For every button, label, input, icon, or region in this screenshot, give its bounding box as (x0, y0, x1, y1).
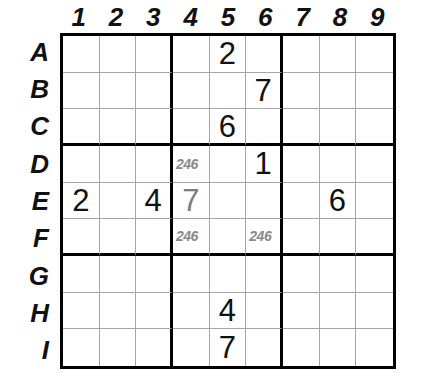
cell-G8[interactable] (320, 256, 357, 293)
cell-B5[interactable] (210, 73, 247, 110)
row-labels: ABCDEFGHI (0, 33, 56, 369)
col-label-7: 7 (284, 0, 321, 31)
cell-E2[interactable] (100, 183, 137, 220)
cell-B9[interactable] (356, 73, 393, 110)
cell-I7[interactable] (283, 329, 320, 366)
cell-I4[interactable] (173, 329, 210, 366)
cell-H3[interactable] (136, 293, 173, 330)
cell-I8[interactable] (320, 329, 357, 366)
cell-E4[interactable]: 7 (173, 183, 210, 220)
row-label-I: I (0, 332, 56, 369)
cell-C7[interactable] (283, 109, 320, 146)
cell-H5[interactable]: 4 (210, 293, 247, 330)
col-label-1: 1 (60, 0, 97, 31)
cell-C5[interactable]: 6 (210, 109, 247, 146)
cell-A4[interactable] (173, 36, 210, 73)
cell-B7[interactable] (283, 73, 320, 110)
cell-D6[interactable]: 1 (246, 146, 283, 183)
cell-D2[interactable] (100, 146, 137, 183)
cell-A1[interactable] (63, 36, 100, 73)
cell-E9[interactable] (356, 183, 393, 220)
cell-E7[interactable] (283, 183, 320, 220)
cell-C4[interactable] (173, 109, 210, 146)
cell-I1[interactable] (63, 329, 100, 366)
row-label-H: H (0, 294, 56, 331)
cell-B2[interactable] (100, 73, 137, 110)
cell-C8[interactable] (320, 109, 357, 146)
cell-G6[interactable] (246, 256, 283, 293)
cell-C6[interactable] (246, 109, 283, 146)
cell-G4[interactable] (173, 256, 210, 293)
cell-I3[interactable] (136, 329, 173, 366)
cell-H9[interactable] (356, 293, 393, 330)
cell-D5[interactable] (210, 146, 247, 183)
cell-F6[interactable]: 246 (246, 219, 283, 256)
cell-H7[interactable] (283, 293, 320, 330)
cell-C1[interactable] (63, 109, 100, 146)
cell-G9[interactable] (356, 256, 393, 293)
cell-F3[interactable] (136, 219, 173, 256)
col-label-6: 6 (247, 0, 284, 31)
column-labels: 123456789 (60, 0, 396, 31)
cell-C3[interactable] (136, 109, 173, 146)
cell-F1[interactable] (63, 219, 100, 256)
cell-H2[interactable] (100, 293, 137, 330)
cell-F2[interactable] (100, 219, 137, 256)
cell-D4[interactable]: 246 (173, 146, 210, 183)
cell-F9[interactable] (356, 219, 393, 256)
cell-B6[interactable]: 7 (246, 73, 283, 110)
cell-B4[interactable] (173, 73, 210, 110)
cell-G1[interactable] (63, 256, 100, 293)
col-label-2: 2 (97, 0, 134, 31)
cell-D9[interactable] (356, 146, 393, 183)
cell-H1[interactable] (63, 293, 100, 330)
cell-G7[interactable] (283, 256, 320, 293)
sudoku-diagram: 123456789 ABCDEFGHI 2762461247624624647 (0, 0, 439, 373)
cell-H6[interactable] (246, 293, 283, 330)
row-label-F: F (0, 220, 56, 257)
cell-A3[interactable] (136, 36, 173, 73)
row-label-D: D (0, 145, 56, 182)
cell-E8[interactable]: 6 (320, 183, 357, 220)
cell-A5[interactable]: 2 (210, 36, 247, 73)
col-label-3: 3 (135, 0, 172, 31)
row-label-B: B (0, 70, 56, 107)
row-label-C: C (0, 108, 56, 145)
cell-G5[interactable] (210, 256, 247, 293)
cell-D8[interactable] (320, 146, 357, 183)
col-label-8: 8 (321, 0, 358, 31)
cell-E6[interactable] (246, 183, 283, 220)
cell-B1[interactable] (63, 73, 100, 110)
cell-F4[interactable]: 246 (173, 219, 210, 256)
cell-H8[interactable] (320, 293, 357, 330)
cell-C2[interactable] (100, 109, 137, 146)
cell-A7[interactable] (283, 36, 320, 73)
cell-F8[interactable] (320, 219, 357, 256)
cell-B3[interactable] (136, 73, 173, 110)
cell-F5[interactable] (210, 219, 247, 256)
cell-F7[interactable] (283, 219, 320, 256)
cell-E3[interactable]: 4 (136, 183, 173, 220)
row-label-A: A (0, 33, 56, 70)
cell-C9[interactable] (356, 109, 393, 146)
cell-I2[interactable] (100, 329, 137, 366)
cell-I5[interactable]: 7 (210, 329, 247, 366)
cell-E5[interactable] (210, 183, 247, 220)
cell-D7[interactable] (283, 146, 320, 183)
col-label-9: 9 (359, 0, 396, 31)
cell-I9[interactable] (356, 329, 393, 366)
cell-D1[interactable] (63, 146, 100, 183)
row-label-G: G (0, 257, 56, 294)
cell-A9[interactable] (356, 36, 393, 73)
cell-B8[interactable] (320, 73, 357, 110)
col-label-5: 5 (209, 0, 246, 31)
cell-I6[interactable] (246, 329, 283, 366)
cell-E1[interactable]: 2 (63, 183, 100, 220)
cell-G3[interactable] (136, 256, 173, 293)
col-label-4: 4 (172, 0, 209, 31)
sudoku-board: 2762461247624624647 (60, 33, 396, 369)
cell-G2[interactable] (100, 256, 137, 293)
cell-A6[interactable] (246, 36, 283, 73)
cell-H4[interactable] (173, 293, 210, 330)
cell-A8[interactable] (320, 36, 357, 73)
cell-A2[interactable] (100, 36, 137, 73)
row-label-E: E (0, 182, 56, 219)
cell-D3[interactable] (136, 146, 173, 183)
